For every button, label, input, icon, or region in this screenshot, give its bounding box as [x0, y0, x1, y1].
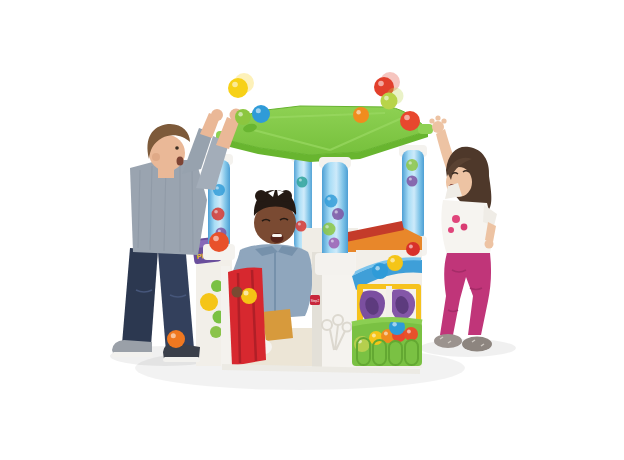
ball-f08c1e: [353, 107, 369, 123]
ball-2f9bd8: [325, 195, 338, 208]
boy-hand-far: [211, 109, 223, 121]
boy-open-mouth: [177, 157, 184, 166]
toddler-leg: [262, 309, 293, 341]
ball-2f9bd8: [372, 263, 388, 279]
ball-8cc63f: [406, 159, 418, 171]
ball-f5c518: [369, 331, 383, 345]
girl-finger1: [429, 118, 434, 123]
girl-shoe-right: [462, 337, 492, 352]
photo-canvas: PIZZA Step2: [0, 0, 624, 460]
girl-finger2: [435, 115, 440, 120]
toddler-hand-on-door: [232, 287, 243, 298]
roof-right-corner-tab: [418, 124, 433, 134]
toddler-teeth: [272, 234, 282, 237]
girl-shoe-left: [434, 334, 462, 348]
girl-shirt-flower2: [461, 224, 468, 231]
ball-d8312a: [212, 208, 225, 221]
ball-9b59b0: [329, 238, 340, 249]
ball-d8312a: [296, 221, 307, 232]
ball-2f9bd8: [252, 105, 270, 123]
ball-e8472e: [400, 111, 420, 131]
red-door: [228, 268, 266, 367]
girl-pants: [440, 253, 491, 335]
ball-8cc63f: [323, 223, 336, 236]
wall-decor-ball-yellow: [200, 293, 218, 311]
girl-shirt-flower3: [448, 227, 454, 233]
ball-7b4fa0: [407, 176, 418, 187]
boy-eye: [175, 146, 179, 150]
ball-f5c518: [387, 255, 403, 271]
girl-finger3: [441, 118, 446, 123]
center-pillar-collar: [315, 253, 355, 275]
door-knob-ball: [241, 288, 257, 304]
girl-shirt-flower1: [452, 215, 460, 223]
ball-2aa198: [297, 177, 308, 188]
boy-shoe-left-sole: [112, 352, 153, 357]
boy-leg-left: [122, 248, 158, 346]
ball-e8512b: [209, 232, 229, 252]
step2-logo-text: Step2: [311, 299, 320, 303]
ball-8cc63f: [235, 109, 251, 125]
ball-d8312a: [406, 242, 420, 256]
ball-7b4fa0: [332, 208, 344, 220]
girl-hand-left: [485, 240, 494, 249]
ball-e8512b: [404, 327, 418, 341]
boy-shoe-right-sole: [163, 357, 200, 362]
toddler-hair-puff-left: [255, 190, 267, 202]
ball-f7d117: [228, 73, 254, 98]
boy-ear: [152, 153, 160, 161]
wall-decor-circle-green3: [210, 326, 222, 338]
scene: PIZZA Step2: [0, 0, 624, 460]
ball-f07820: [167, 330, 185, 348]
girl-right: [429, 115, 497, 351]
door-knob-highlight: [244, 291, 249, 296]
